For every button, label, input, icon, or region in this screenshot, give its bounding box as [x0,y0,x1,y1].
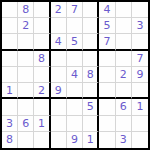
sudoku-cell[interactable]: 9 [51,83,67,99]
sudoku-cell[interactable] [83,2,99,18]
sudoku-cell[interactable]: 1 [34,116,50,132]
sudoku-cell[interactable]: 8 [2,132,18,148]
sudoku-cell[interactable]: 1 [132,99,148,115]
given-digit: 2 [55,4,62,15]
sudoku-cell[interactable] [51,116,67,132]
sudoku-cell[interactable] [116,18,132,34]
sudoku-cell[interactable] [18,67,34,83]
given-digit: 9 [55,85,62,96]
given-digit: 8 [38,53,45,64]
sudoku-cell[interactable] [116,116,132,132]
sudoku-cell[interactable] [67,51,83,67]
given-digit: 4 [71,69,78,80]
sudoku-cell[interactable] [132,2,148,18]
sudoku-cell[interactable]: 2 [34,83,50,99]
given-digit: 4 [55,36,62,47]
sudoku-cell[interactable]: 1 [2,83,18,99]
sudoku-cell[interactable] [132,83,148,99]
sudoku-cell[interactable] [99,83,115,99]
sudoku-cell[interactable] [99,116,115,132]
sudoku-cell[interactable] [18,51,34,67]
sudoku-cell[interactable]: 8 [83,67,99,83]
sudoku-cell[interactable] [51,67,67,83]
given-digit: 5 [103,20,110,31]
sudoku-cell[interactable]: 4 [99,2,115,18]
sudoku-cell[interactable] [51,99,67,115]
sudoku-cell[interactable] [116,2,132,18]
given-digit: 5 [71,36,78,47]
sudoku-cell[interactable]: 2 [51,2,67,18]
given-digit: 8 [22,4,29,15]
given-digit: 1 [6,85,13,96]
sudoku-cell[interactable] [67,18,83,34]
sudoku-cell[interactable]: 7 [132,51,148,67]
sudoku-cell[interactable]: 6 [18,116,34,132]
given-digit: 6 [22,118,29,129]
sudoku-cell[interactable]: 5 [67,34,83,50]
sudoku-cell[interactable] [83,83,99,99]
sudoku-cell[interactable] [116,34,132,50]
sudoku-cell[interactable] [116,83,132,99]
sudoku-cell[interactable] [99,51,115,67]
sudoku-cell[interactable] [116,51,132,67]
sudoku-cell[interactable] [18,99,34,115]
given-digit: 8 [87,69,94,80]
given-digit: 1 [87,134,94,145]
given-digit: 2 [120,69,127,80]
sudoku-cell[interactable] [2,51,18,67]
sudoku-cell[interactable] [67,83,83,99]
given-digit: 1 [136,101,143,112]
given-digit: 7 [71,4,78,15]
sudoku-cell[interactable] [34,34,50,50]
sudoku-cell[interactable]: 9 [67,132,83,148]
given-digit: 7 [103,36,110,47]
sudoku-cell[interactable]: 6 [116,99,132,115]
sudoku-cell[interactable] [51,132,67,148]
sudoku-cell[interactable]: 5 [83,99,99,115]
sudoku-cell[interactable]: 3 [2,116,18,132]
sudoku-cell[interactable] [83,116,99,132]
sudoku-cell[interactable]: 1 [83,132,99,148]
sudoku-cell[interactable] [83,51,99,67]
sudoku-cell[interactable] [51,51,67,67]
sudoku-board: 82742534578748291295613618913 [0,0,150,150]
sudoku-cell[interactable]: 7 [67,2,83,18]
given-digit: 3 [6,118,13,129]
sudoku-cell[interactable] [18,83,34,99]
sudoku-cell[interactable] [67,99,83,115]
given-digit: 6 [120,101,127,112]
given-digit: 7 [136,53,143,64]
given-digit: 4 [103,4,110,15]
sudoku-cell[interactable] [132,34,148,50]
given-digit: 2 [22,20,29,31]
sudoku-cell[interactable] [2,34,18,50]
sudoku-cell[interactable]: 2 [116,67,132,83]
given-digit: 3 [136,20,143,31]
given-digit: 5 [87,101,94,112]
sudoku-cell[interactable] [34,132,50,148]
sudoku-cell[interactable] [34,67,50,83]
given-digit: 1 [38,118,45,129]
sudoku-cell[interactable] [34,18,50,34]
given-digit: 2 [38,85,45,96]
sudoku-cell[interactable] [83,34,99,50]
given-digit: 8 [6,134,13,145]
sudoku-cell[interactable]: 2 [18,18,34,34]
given-digit: 3 [120,134,127,145]
sudoku-cell[interactable] [18,132,34,148]
sudoku-cell[interactable]: 8 [18,2,34,18]
sudoku-cell[interactable]: 4 [51,34,67,50]
sudoku-cell[interactable] [99,132,115,148]
sudoku-cell[interactable] [99,67,115,83]
sudoku-cell[interactable] [51,18,67,34]
sudoku-cell[interactable] [83,18,99,34]
given-digit: 9 [136,69,143,80]
sudoku-cell[interactable] [18,34,34,50]
sudoku-cell[interactable]: 9 [132,67,148,83]
sudoku-cell[interactable]: 8 [34,51,50,67]
given-digit: 9 [71,134,78,145]
sudoku-cell[interactable] [2,99,18,115]
sudoku-cell[interactable] [99,99,115,115]
sudoku-cell[interactable]: 3 [116,132,132,148]
sudoku-cell[interactable]: 7 [99,34,115,50]
sudoku-cell[interactable] [34,99,50,115]
sudoku-cell[interactable] [67,116,83,132]
sudoku-cell[interactable] [132,116,148,132]
sudoku-cell[interactable]: 3 [132,18,148,34]
sudoku-cell[interactable]: 5 [99,18,115,34]
sudoku-cell[interactable]: 4 [67,67,83,83]
sudoku-cell[interactable] [132,132,148,148]
sudoku-cell[interactable] [34,2,50,18]
sudoku-cell[interactable] [2,2,18,18]
sudoku-cell[interactable] [2,18,18,34]
sudoku-cell[interactable] [2,67,18,83]
